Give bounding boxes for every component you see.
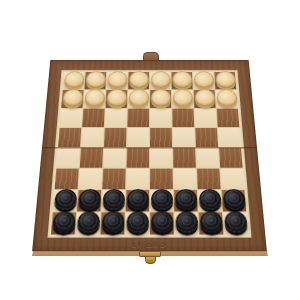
checker-black xyxy=(78,189,101,209)
square-r7c3 xyxy=(101,190,125,211)
square-r4c8 xyxy=(218,128,241,147)
checker-black xyxy=(151,189,173,209)
square-r1c8 xyxy=(214,72,236,89)
checker-wood xyxy=(150,89,170,106)
square-r2c1 xyxy=(61,90,83,108)
square-r7c1 xyxy=(53,190,78,211)
square-r1c3 xyxy=(106,72,127,89)
square-r2c2 xyxy=(83,90,105,108)
square-r5c6 xyxy=(173,148,196,168)
square-r5c2 xyxy=(80,148,103,168)
checker-wood xyxy=(85,71,106,87)
square-r7c4 xyxy=(126,190,149,211)
square-r3c6 xyxy=(172,109,194,127)
square-r3c3 xyxy=(105,109,127,127)
square-r6c1 xyxy=(55,169,79,190)
checker-black xyxy=(151,211,174,232)
checker-wood xyxy=(172,89,193,106)
checker-wood xyxy=(62,89,83,106)
square-r3c2 xyxy=(82,109,104,127)
checkerboard xyxy=(51,72,248,234)
square-r6c5 xyxy=(150,169,173,190)
square-r7c6 xyxy=(174,190,198,211)
square-r6c7 xyxy=(197,169,221,190)
square-r4c1 xyxy=(58,128,81,147)
square-r2c7 xyxy=(194,90,216,108)
square-r5c8 xyxy=(219,148,243,168)
square-r6c4 xyxy=(126,169,149,190)
square-r5c1 xyxy=(56,148,80,168)
checker-black xyxy=(101,211,124,232)
square-r2c5 xyxy=(150,90,171,108)
square-r1c1 xyxy=(63,72,85,89)
square-r4c7 xyxy=(195,128,218,147)
checker-wood xyxy=(84,89,105,106)
square-r3c4 xyxy=(127,109,149,127)
square-r3c5 xyxy=(150,109,172,127)
checker-black xyxy=(54,189,77,209)
square-r6c3 xyxy=(102,169,125,190)
checker-black xyxy=(198,189,221,209)
square-r2c4 xyxy=(128,90,149,108)
checker-wood xyxy=(150,71,170,87)
checker-black xyxy=(223,211,247,232)
square-r8c4 xyxy=(125,212,149,234)
checker-wood xyxy=(128,89,148,106)
checker-black xyxy=(174,189,197,209)
square-r8c7 xyxy=(199,212,224,234)
brand-label: sljako xyxy=(33,240,265,249)
checker-black xyxy=(102,189,125,209)
square-r5c4 xyxy=(127,148,149,168)
square-r1c4 xyxy=(128,72,149,89)
checker-wood xyxy=(106,89,127,106)
checker-wood xyxy=(215,71,236,87)
square-r8c2 xyxy=(76,212,101,234)
square-r7c5 xyxy=(150,190,173,211)
square-r8c6 xyxy=(174,212,198,234)
square-r4c5 xyxy=(150,128,172,147)
square-r8c3 xyxy=(100,212,124,234)
board-inner-border xyxy=(47,70,251,238)
square-r6c8 xyxy=(220,169,244,190)
checker-wood xyxy=(172,71,192,87)
checkers-box: sljako xyxy=(32,60,267,251)
square-r3c7 xyxy=(194,109,216,127)
square-r4c4 xyxy=(127,128,149,147)
square-r1c2 xyxy=(85,72,107,89)
square-r6c2 xyxy=(78,169,102,190)
clasp xyxy=(139,251,161,264)
square-r8c8 xyxy=(223,212,248,234)
square-r4c2 xyxy=(81,128,104,147)
checker-wood xyxy=(63,71,84,87)
checker-wood xyxy=(129,71,149,87)
square-r4c3 xyxy=(104,128,126,147)
square-r8c1 xyxy=(51,212,76,234)
square-r6c6 xyxy=(173,169,196,190)
square-r7c2 xyxy=(77,190,101,211)
square-r3c8 xyxy=(217,109,240,127)
square-r1c5 xyxy=(150,72,171,89)
checker-wood xyxy=(194,89,215,106)
clasp-knob-icon xyxy=(145,256,156,264)
checker-black xyxy=(222,189,245,209)
square-r7c8 xyxy=(222,190,247,211)
square-r2c3 xyxy=(106,90,128,108)
checker-wood xyxy=(193,71,214,87)
square-r7c7 xyxy=(198,190,222,211)
square-r5c7 xyxy=(196,148,219,168)
checker-black xyxy=(76,211,99,232)
square-r1c6 xyxy=(171,72,192,89)
square-r1c7 xyxy=(193,72,215,89)
checker-wood xyxy=(107,71,127,87)
checker-wood xyxy=(216,89,237,106)
square-r2c8 xyxy=(215,90,237,108)
product-photo: sljako xyxy=(0,0,300,300)
checker-black xyxy=(52,211,76,232)
fold-seam xyxy=(43,147,256,149)
checker-black xyxy=(199,211,222,232)
square-r2c6 xyxy=(172,90,194,108)
checker-black xyxy=(126,211,149,232)
square-r8c5 xyxy=(150,212,174,234)
square-r4c6 xyxy=(173,128,195,147)
checker-black xyxy=(126,189,148,209)
square-r5c5 xyxy=(150,148,172,168)
checker-black xyxy=(175,211,198,232)
square-r3c1 xyxy=(60,109,83,127)
square-r5c3 xyxy=(103,148,126,168)
